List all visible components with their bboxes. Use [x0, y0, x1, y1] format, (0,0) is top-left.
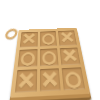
piece-r2c2[interactable]: ○: [64, 69, 82, 89]
cell-r0c1[interactable]: ○: [40, 31, 57, 46]
cell-r1c0[interactable]: ○: [18, 49, 38, 68]
tictactoe-board: × ○ × ○ ○ × × × ○: [10, 28, 90, 98]
cell-r1c2[interactable]: ×: [60, 47, 81, 65]
cell-r0c0[interactable]: ×: [20, 32, 38, 47]
piece-r1c1[interactable]: ○: [42, 49, 57, 65]
board-perspective-wrap: × ○ × ○ ○ × × × ○: [10, 10, 90, 96]
piece-r2c1[interactable]: ×: [41, 69, 60, 91]
cell-r2c2[interactable]: ○: [62, 68, 85, 91]
piece-r0c0[interactable]: ×: [21, 32, 37, 47]
piece-r1c2[interactable]: ×: [61, 47, 80, 65]
cell-r2c1[interactable]: ×: [40, 69, 61, 92]
cell-r1c1[interactable]: ○: [40, 48, 59, 67]
piece-r0c1[interactable]: ○: [42, 32, 55, 45]
piece-r2c0[interactable]: ×: [16, 70, 36, 93]
piece-r0c2[interactable]: ×: [59, 30, 76, 45]
cell-r0c2[interactable]: ×: [58, 30, 77, 45]
product-photo-scene: × ○ × ○ ○ × × × ○ ○: [0, 0, 100, 100]
piece-r1c0[interactable]: ○: [20, 50, 35, 66]
cell-r2c0[interactable]: ×: [15, 70, 37, 93]
